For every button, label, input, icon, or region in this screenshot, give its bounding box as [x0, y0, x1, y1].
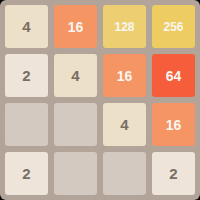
tile-r3c3: 4 — [103, 103, 146, 146]
tile-r1c3: 128 — [103, 5, 146, 48]
tile-r2c1: 2 — [5, 54, 48, 97]
game-board-2048: 4 16 128 256 2 4 16 64 4 16 2 2 — [0, 0, 200, 200]
tile-r1c1: 4 — [5, 5, 48, 48]
tile-r4c2 — [54, 152, 97, 195]
tile-r2c3: 16 — [103, 54, 146, 97]
tile-r2c2: 4 — [54, 54, 97, 97]
tile-r1c2: 16 — [54, 5, 97, 48]
tile-r1c4: 256 — [152, 5, 195, 48]
tile-r4c1: 2 — [5, 152, 48, 195]
tile-r3c1 — [5, 103, 48, 146]
tile-r2c4: 64 — [152, 54, 195, 97]
tile-r3c4: 16 — [152, 103, 195, 146]
tile-r3c2 — [54, 103, 97, 146]
tile-r4c4: 2 — [152, 152, 195, 195]
tile-r4c3 — [103, 152, 146, 195]
